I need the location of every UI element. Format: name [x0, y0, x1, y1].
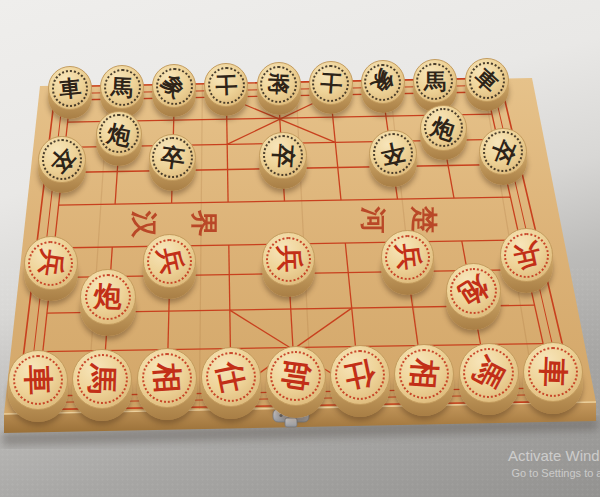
river-inscription: 汉 — [129, 210, 159, 239]
xiangqi-set-photo: 汉界河楚 車馬象士將士象馬車炮炮卒卒卒卒卒兵兵兵兵兵炮炮車馬相仕帥仕相馬車 Ac… — [0, 0, 600, 497]
board-wood-surface — [4, 78, 596, 414]
river-inscription: 河 — [358, 206, 388, 234]
river-inscription: 楚 — [409, 205, 439, 234]
river-inscription: 界 — [189, 209, 219, 237]
xiangqi-board: 汉界河楚 — [0, 0, 600, 497]
